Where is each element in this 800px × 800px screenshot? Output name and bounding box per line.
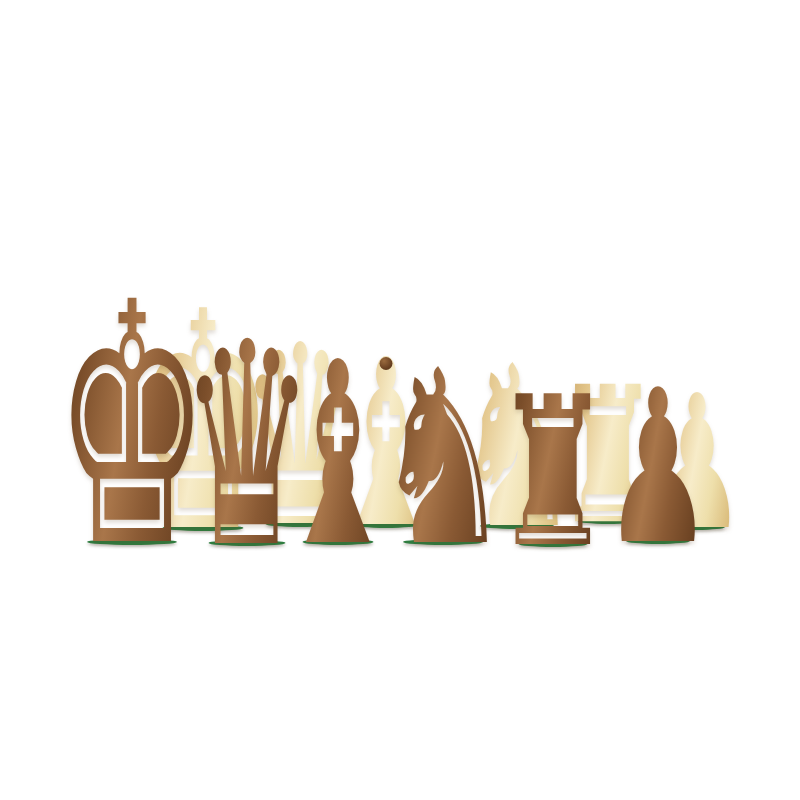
dark-pawn-piece: ♟ bbox=[658, 362, 800, 574]
dark-rook-glyph: ♜ bbox=[494, 369, 613, 576]
dark-pawn-glyph: ♟ bbox=[603, 362, 713, 574]
chess-set-photo: ♚♚♛♛♝♝♞♞♜♜♟♟ bbox=[0, 0, 800, 800]
dark-knight-glyph: ♞ bbox=[374, 338, 512, 579]
piece-row: ♚♚♛♛♝♝♞♞♜♜♟♟ bbox=[0, 0, 800, 800]
